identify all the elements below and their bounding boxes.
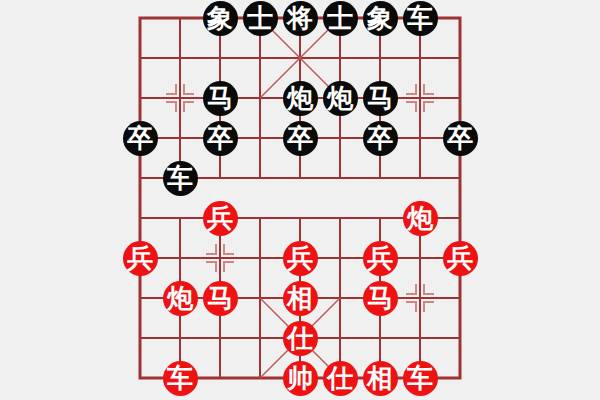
position-marker-corner bbox=[183, 84, 194, 95]
piece-red-horse[interactable]: 马 bbox=[363, 281, 398, 316]
point-marker-cell bbox=[400, 278, 440, 318]
board-cell: 仕 bbox=[280, 318, 320, 358]
point-marker-cell bbox=[400, 78, 440, 118]
position-marker bbox=[406, 284, 434, 312]
board-cell: 兵 bbox=[120, 238, 160, 278]
piece-red-soldier[interactable]: 兵 bbox=[203, 201, 238, 236]
board-cell: 帅 bbox=[280, 358, 320, 398]
board-cell: 炮 bbox=[280, 78, 320, 118]
piece-black-cannon[interactable]: 炮 bbox=[323, 81, 358, 116]
board-cell: 象 bbox=[200, 0, 240, 38]
board-cell: 车 bbox=[160, 158, 200, 198]
board-cell: 炮 bbox=[320, 78, 360, 118]
board-cell: 士 bbox=[240, 0, 280, 38]
board-grid: 象士将士象车马炮炮马卒卒卒卒卒车兵炮兵兵兵兵炮马相马仕车帅仕相车 bbox=[120, 0, 480, 398]
piece-black-soldier[interactable]: 卒 bbox=[363, 121, 398, 156]
position-marker bbox=[406, 84, 434, 112]
piece-red-cannon[interactable]: 炮 bbox=[163, 281, 198, 316]
board-cell: 将 bbox=[280, 0, 320, 38]
piece-red-chariot[interactable]: 车 bbox=[403, 361, 438, 396]
position-marker-corner bbox=[406, 101, 417, 112]
position-marker-corner bbox=[166, 84, 177, 95]
board-cell: 兵 bbox=[200, 198, 240, 238]
piece-red-soldier[interactable]: 兵 bbox=[283, 241, 318, 276]
board-cell: 兵 bbox=[280, 238, 320, 278]
board-cell: 炮 bbox=[160, 278, 200, 318]
xiangqi-board[interactable]: 象士将士象车马炮炮马卒卒卒卒卒车兵炮兵兵兵兵炮马相马仕车帅仕相车 bbox=[120, 0, 480, 398]
position-marker-corner bbox=[223, 261, 234, 272]
piece-red-cannon[interactable]: 炮 bbox=[403, 201, 438, 236]
position-marker-corner bbox=[423, 84, 434, 95]
piece-black-advisor[interactable]: 士 bbox=[243, 1, 278, 36]
position-marker-corner bbox=[183, 101, 194, 112]
board-cell: 卒 bbox=[200, 118, 240, 158]
piece-red-general[interactable]: 帅 bbox=[283, 361, 318, 396]
position-marker bbox=[206, 244, 234, 272]
piece-red-advisor[interactable]: 仕 bbox=[323, 361, 358, 396]
piece-black-soldier[interactable]: 卒 bbox=[283, 121, 318, 156]
position-marker-corner bbox=[406, 84, 417, 95]
piece-black-general[interactable]: 将 bbox=[283, 1, 318, 36]
piece-red-soldier[interactable]: 兵 bbox=[443, 241, 478, 276]
board-cell: 卒 bbox=[440, 118, 480, 158]
position-marker-corner bbox=[223, 244, 234, 255]
board-cell: 卒 bbox=[120, 118, 160, 158]
board-cell: 仕 bbox=[320, 358, 360, 398]
piece-black-chariot[interactable]: 车 bbox=[163, 161, 198, 196]
point-marker-cell bbox=[160, 78, 200, 118]
piece-red-soldier[interactable]: 兵 bbox=[123, 241, 158, 276]
board-cell: 卒 bbox=[280, 118, 320, 158]
position-marker-corner bbox=[406, 301, 417, 312]
position-marker-corner bbox=[423, 101, 434, 112]
piece-red-horse[interactable]: 马 bbox=[203, 281, 238, 316]
position-marker-corner bbox=[423, 301, 434, 312]
piece-red-elephant[interactable]: 相 bbox=[363, 361, 398, 396]
board-cell: 车 bbox=[160, 358, 200, 398]
board-cell: 马 bbox=[200, 78, 240, 118]
position-marker-corner bbox=[166, 101, 177, 112]
board-cell: 马 bbox=[200, 278, 240, 318]
board-cell: 车 bbox=[400, 358, 440, 398]
piece-black-elephant[interactable]: 象 bbox=[363, 1, 398, 36]
position-marker-corner bbox=[206, 244, 217, 255]
piece-red-elephant[interactable]: 相 bbox=[283, 281, 318, 316]
piece-red-soldier[interactable]: 兵 bbox=[363, 241, 398, 276]
screen: 象士将士象车马炮炮马卒卒卒卒卒车兵炮兵兵兵兵炮马相马仕车帅仕相车 bbox=[0, 0, 600, 400]
board-cell: 士 bbox=[320, 0, 360, 38]
piece-black-chariot[interactable]: 车 bbox=[403, 1, 438, 36]
position-marker-corner bbox=[206, 261, 217, 272]
position-marker bbox=[166, 84, 194, 112]
board-cell: 兵 bbox=[440, 238, 480, 278]
board-cell: 相 bbox=[360, 358, 400, 398]
piece-black-elephant[interactable]: 象 bbox=[203, 1, 238, 36]
piece-black-horse[interactable]: 马 bbox=[203, 81, 238, 116]
board-cell: 马 bbox=[360, 278, 400, 318]
piece-red-chariot[interactable]: 车 bbox=[163, 361, 198, 396]
point-marker-cell bbox=[200, 238, 240, 278]
piece-black-soldier[interactable]: 卒 bbox=[123, 121, 158, 156]
board-cell: 马 bbox=[360, 78, 400, 118]
piece-red-advisor[interactable]: 仕 bbox=[283, 321, 318, 356]
position-marker-corner bbox=[423, 284, 434, 295]
piece-black-soldier[interactable]: 卒 bbox=[443, 121, 478, 156]
position-marker-corner bbox=[406, 284, 417, 295]
board-cell: 炮 bbox=[400, 198, 440, 238]
piece-black-soldier[interactable]: 卒 bbox=[203, 121, 238, 156]
board-cell: 卒 bbox=[360, 118, 400, 158]
board-cell: 车 bbox=[400, 0, 440, 38]
board-cell: 相 bbox=[280, 278, 320, 318]
piece-black-cannon[interactable]: 炮 bbox=[283, 81, 318, 116]
piece-black-horse[interactable]: 马 bbox=[363, 81, 398, 116]
board-cell: 兵 bbox=[360, 238, 400, 278]
piece-black-advisor[interactable]: 士 bbox=[323, 1, 358, 36]
board-cell: 象 bbox=[360, 0, 400, 38]
